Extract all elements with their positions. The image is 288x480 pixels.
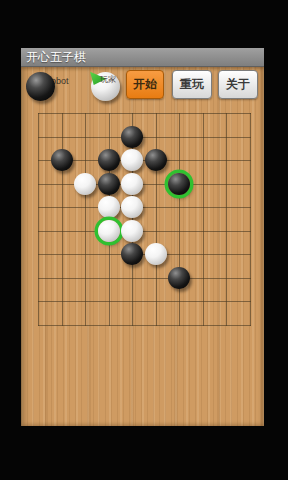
black-stone [168, 267, 190, 289]
white-stone [121, 173, 143, 195]
white-stone [121, 220, 143, 242]
grid-line-horizontal [38, 137, 251, 138]
grid-line-horizontal [38, 301, 251, 302]
grid-line-horizontal [38, 207, 251, 208]
grid-line-horizontal [38, 184, 251, 185]
grid-line-vertical [226, 113, 227, 326]
grid-line-horizontal [38, 325, 251, 326]
gomoku-board[interactable] [38, 113, 250, 325]
grid-line-vertical [38, 113, 39, 326]
app-window: 开心五子棋 robot 玩家 开始 重玩 关于 [21, 48, 264, 426]
grid-line-horizontal [38, 113, 251, 114]
black-stone [121, 126, 143, 148]
start-button[interactable]: 开始 [126, 70, 164, 99]
replay-button[interactable]: 重玩 [172, 70, 212, 99]
grid-line-vertical [179, 113, 180, 326]
black-stone [51, 149, 73, 171]
white-stone [121, 149, 143, 171]
grid-line-horizontal [38, 278, 251, 279]
about-button[interactable]: 关于 [218, 70, 258, 99]
title-bar: 开心五子棋 [21, 48, 264, 67]
white-stone [145, 243, 167, 265]
black-stone-last-move [168, 173, 190, 195]
grid-line-vertical [250, 113, 251, 326]
grid-line-vertical [62, 113, 63, 326]
grid-line-vertical [156, 113, 157, 326]
black-stone [98, 173, 120, 195]
black-stone [98, 149, 120, 171]
black-stone-icon[interactable] [26, 72, 55, 101]
white-stone [121, 196, 143, 218]
white-stone [74, 173, 96, 195]
app-title: 开心五子棋 [21, 48, 264, 66]
black-stone [145, 149, 167, 171]
grid-line-horizontal [38, 231, 251, 232]
white-player-label: 玩家 [100, 74, 116, 85]
grid-line-vertical [203, 113, 204, 326]
grid-line-vertical [85, 113, 86, 326]
board-area: robot 玩家 开始 重玩 关于 [21, 67, 264, 426]
white-stone [98, 196, 120, 218]
white-stone-last-move [98, 220, 120, 242]
black-stone [121, 243, 143, 265]
android-screen: 开心五子棋 robot 玩家 开始 重玩 关于 [0, 0, 288, 480]
